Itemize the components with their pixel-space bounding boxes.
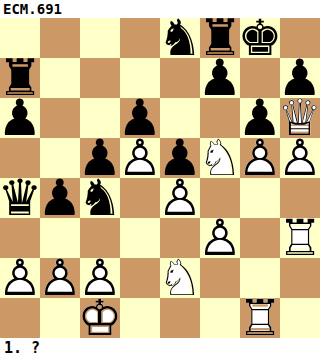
square-e5[interactable]: ♟ [160,138,200,178]
square-e7[interactable] [160,58,200,98]
square-d3[interactable] [120,218,160,258]
square-d6[interactable]: ♟ [120,98,160,138]
square-a6[interactable]: ♟ [0,98,40,138]
piece-white-pawn-fill: ♟ [80,258,120,298]
piece-white-king: ♔ [80,298,120,338]
piece-white-pawn: ♙ [120,138,160,178]
piece-white-queen-fill: ♛ [280,98,320,138]
square-a7[interactable]: ♜ [0,58,40,98]
square-g4[interactable] [240,178,280,218]
piece-black-pawn: ♟ [160,138,200,178]
square-d7[interactable] [120,58,160,98]
piece-black-pawn: ♟ [120,98,160,138]
piece-white-rook-fill: ♜ [240,298,280,338]
square-f7[interactable]: ♟ [200,58,240,98]
square-a3[interactable] [0,218,40,258]
square-d5[interactable]: ♟♙ [120,138,160,178]
square-c2[interactable]: ♟♙ [80,258,120,298]
square-e6[interactable] [160,98,200,138]
square-e2[interactable]: ♞♘ [160,258,200,298]
square-f2[interactable] [200,258,240,298]
piece-black-pawn: ♟ [240,98,280,138]
square-a4[interactable]: ♛ [0,178,40,218]
square-b5[interactable] [40,138,80,178]
piece-black-pawn: ♟ [200,58,240,98]
piece-black-pawn: ♟ [80,138,120,178]
piece-black-knight: ♞ [80,178,120,218]
piece-white-knight-fill: ♞ [200,138,240,178]
square-e4[interactable]: ♟♙ [160,178,200,218]
square-f6[interactable] [200,98,240,138]
square-c8[interactable] [80,18,120,58]
square-a8[interactable] [0,18,40,58]
piece-white-pawn: ♙ [200,218,240,258]
square-h2[interactable] [280,258,320,298]
move-prompt: 1. ? [4,339,40,357]
square-f1[interactable] [200,298,240,338]
square-c5[interactable]: ♟ [80,138,120,178]
piece-white-pawn-fill: ♟ [160,178,200,218]
square-d8[interactable] [120,18,160,58]
square-h1[interactable] [280,298,320,338]
piece-white-rook: ♖ [280,218,320,258]
square-e3[interactable] [160,218,200,258]
square-d1[interactable] [120,298,160,338]
square-h8[interactable] [280,18,320,58]
square-f5[interactable]: ♞♘ [200,138,240,178]
piece-white-pawn: ♙ [240,138,280,178]
square-f4[interactable] [200,178,240,218]
square-b1[interactable] [40,298,80,338]
chess-board: ♞♜♚♜♟♟♟♟♟♛♕♟♟♙♟♞♘♟♙♟♙♛♟♞♟♙♟♙♜♖♟♙♟♙♟♙♞♘♚♔… [0,18,320,338]
square-b8[interactable] [40,18,80,58]
square-h6[interactable]: ♛♕ [280,98,320,138]
square-h4[interactable] [280,178,320,218]
piece-white-rook-fill: ♜ [280,218,320,258]
chess-app-window: ECM.691 ♞♜♚♜♟♟♟♟♟♛♕♟♟♙♟♞♘♟♙♟♙♛♟♞♟♙♟♙♜♖♟♙… [0,0,320,360]
piece-white-pawn-fill: ♟ [240,138,280,178]
square-a5[interactable] [0,138,40,178]
piece-white-pawn-fill: ♟ [200,218,240,258]
piece-black-king: ♚ [240,18,280,58]
square-g7[interactable] [240,58,280,98]
square-b6[interactable] [40,98,80,138]
square-a2[interactable]: ♟♙ [0,258,40,298]
piece-white-pawn-fill: ♟ [0,258,40,298]
square-f3[interactable]: ♟♙ [200,218,240,258]
piece-black-rook: ♜ [0,58,40,98]
square-a1[interactable] [0,298,40,338]
square-c1[interactable]: ♚♔ [80,298,120,338]
piece-white-pawn: ♙ [80,258,120,298]
square-c7[interactable] [80,58,120,98]
square-c3[interactable] [80,218,120,258]
square-g5[interactable]: ♟♙ [240,138,280,178]
piece-black-pawn: ♟ [280,58,320,98]
square-g8[interactable]: ♚ [240,18,280,58]
square-d4[interactable] [120,178,160,218]
piece-white-pawn-fill: ♟ [280,138,320,178]
square-b2[interactable]: ♟♙ [40,258,80,298]
square-h5[interactable]: ♟♙ [280,138,320,178]
square-h3[interactable]: ♜♖ [280,218,320,258]
square-c4[interactable]: ♞ [80,178,120,218]
square-e1[interactable] [160,298,200,338]
piece-white-pawn: ♙ [280,138,320,178]
square-g1[interactable]: ♜♖ [240,298,280,338]
square-h7[interactable]: ♟ [280,58,320,98]
square-c6[interactable] [80,98,120,138]
piece-white-rook: ♖ [240,298,280,338]
piece-black-knight: ♞ [160,18,200,58]
piece-black-rook: ♜ [200,18,240,58]
piece-white-king-fill: ♚ [80,298,120,338]
puzzle-title: ECM.691 [3,1,62,17]
square-g6[interactable]: ♟ [240,98,280,138]
square-b7[interactable] [40,58,80,98]
square-b4[interactable]: ♟ [40,178,80,218]
piece-white-pawn: ♙ [160,178,200,218]
piece-black-pawn: ♟ [40,178,80,218]
piece-white-pawn: ♙ [0,258,40,298]
square-g2[interactable] [240,258,280,298]
piece-white-pawn-fill: ♟ [120,138,160,178]
square-f8[interactable]: ♜ [200,18,240,58]
square-d2[interactable] [120,258,160,298]
square-e8[interactable]: ♞ [160,18,200,58]
piece-white-knight: ♘ [160,258,200,298]
piece-white-knight-fill: ♞ [160,258,200,298]
square-b3[interactable] [40,218,80,258]
piece-white-pawn-fill: ♟ [40,258,80,298]
piece-white-queen: ♕ [280,98,320,138]
piece-black-queen: ♛ [0,178,40,218]
square-g3[interactable] [240,218,280,258]
piece-black-pawn: ♟ [0,98,40,138]
piece-white-pawn: ♙ [40,258,80,298]
piece-white-knight: ♘ [200,138,240,178]
